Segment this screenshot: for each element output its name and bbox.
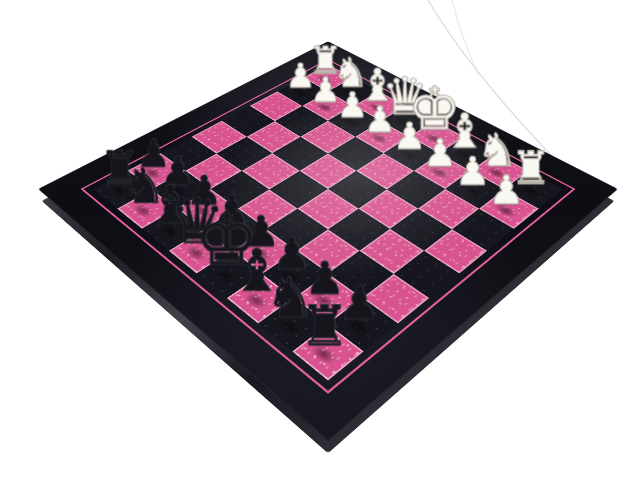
board-frame-line: ♜♞♝♛♚♝♞♜♟♟♟♟♟♟♟♟♟♟♟♟♟♟♟♟♜♞♝♛♚♝♞♜	[81, 59, 576, 394]
chess-board-grid: ♜♞♝♛♚♝♞♜♟♟♟♟♟♟♟♟♟♟♟♟♟♟♟♟♜♞♝♛♚♝♞♜	[93, 64, 563, 380]
chess-board-slab: ♜♞♝♛♚♝♞♜♟♟♟♟♟♟♟♟♟♟♟♟♟♟♟♟♜♞♝♛♚♝♞♜	[38, 41, 618, 441]
piece-white-pawn: ♟	[392, 118, 425, 155]
piece-white-pawn: ♟	[364, 102, 396, 138]
square-e4	[328, 171, 387, 209]
product-photo-canvas: { "game": "chess", "title": "Pink and bl…	[0, 0, 640, 480]
piece-black-rook: ♜	[300, 298, 350, 353]
wire-line-short	[452, 0, 479, 76]
square-d5	[269, 171, 328, 209]
piece-white-pawn: ♟	[455, 152, 490, 191]
piece-white-pawn: ♟	[423, 134, 457, 172]
piece-white-pawn: ♟	[488, 170, 524, 210]
